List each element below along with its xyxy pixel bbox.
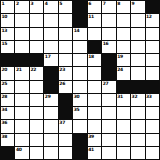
cell-r0c2[interactable]: 3 (30, 1, 43, 13)
cell-r2c9[interactable] (131, 28, 144, 40)
cell-r9c1[interactable] (15, 120, 28, 132)
black-cell-r6c3 (44, 81, 57, 93)
cell-r5c1[interactable]: 21 (15, 67, 28, 79)
cell-r3c2[interactable] (30, 41, 43, 53)
clue-number: 22 (30, 67, 36, 72)
clue-number: 39 (88, 134, 94, 139)
clue-number: 2 (16, 1, 19, 6)
crossword-grid: 1234567891011121314151617181920212223242… (0, 0, 160, 160)
cell-r2c10[interactable] (146, 28, 159, 40)
cell-r10c2[interactable] (30, 134, 43, 146)
cell-r10c1[interactable] (15, 134, 28, 146)
cell-r3c10[interactable] (146, 41, 159, 53)
clue-number: 37 (59, 120, 65, 125)
clue-number: 6 (88, 1, 91, 6)
cell-r9c0[interactable]: 36 (1, 120, 14, 132)
cell-r8c3[interactable] (44, 107, 57, 119)
clue-number: 14 (74, 28, 80, 33)
black-cell-r4c0 (1, 54, 14, 66)
cell-r1c0[interactable]: 10 (1, 14, 14, 26)
cell-r2c5[interactable]: 14 (73, 28, 86, 40)
clue-number: 24 (117, 67, 123, 72)
clue-number: 25 (2, 81, 8, 86)
cell-r2c1[interactable] (15, 28, 28, 40)
cell-r6c2[interactable] (30, 81, 43, 93)
black-cell-r0c10 (146, 1, 159, 13)
cell-r0c6[interactable]: 6 (88, 1, 101, 13)
black-cell-r5c3 (44, 67, 57, 79)
cell-r2c6[interactable] (88, 28, 101, 40)
cell-r1c3[interactable] (44, 14, 57, 26)
cell-r5c2[interactable]: 22 (30, 67, 43, 79)
cell-r11c1[interactable]: 40 (15, 147, 28, 159)
cell-r6c1[interactable] (15, 81, 28, 93)
cell-r2c4[interactable] (59, 28, 72, 40)
cell-r1c8[interactable] (117, 14, 130, 26)
cell-r10c9[interactable] (131, 134, 144, 146)
cell-r3c4[interactable] (59, 41, 72, 53)
cell-r4c5[interactable] (73, 54, 86, 66)
clue-number: 29 (45, 94, 51, 99)
clue-number: 7 (103, 1, 106, 6)
cell-r2c3[interactable] (44, 28, 57, 40)
clue-number: 12 (146, 14, 152, 19)
cell-r3c0[interactable]: 15 (1, 41, 14, 53)
black-cell-r4c1 (15, 54, 28, 66)
cell-r0c7[interactable]: 7 (102, 1, 115, 13)
cell-r1c7[interactable] (102, 14, 115, 26)
clue-number: 10 (2, 14, 8, 19)
cell-r7c5[interactable]: 30 (73, 94, 86, 106)
cell-r11c4[interactable] (59, 147, 72, 159)
cell-r0c3[interactable]: 4 (44, 1, 57, 13)
cell-r10c0[interactable]: 38 (1, 134, 14, 146)
clue-number: 34 (2, 107, 8, 112)
black-cell-r10c5 (73, 134, 86, 146)
cell-r5c4[interactable]: 23 (59, 67, 72, 79)
clue-number: 31 (117, 94, 123, 99)
black-cell-r11c0 (1, 147, 14, 159)
cell-r0c1[interactable]: 2 (15, 1, 28, 13)
cell-r6c0[interactable]: 25 (1, 81, 14, 93)
clue-number: 40 (16, 147, 22, 152)
clue-number: 41 (88, 147, 94, 152)
clue-number: 1 (2, 1, 5, 6)
cell-r5c6[interactable] (88, 67, 101, 79)
cell-r8c1[interactable] (15, 107, 28, 119)
cell-r10c7[interactable] (102, 134, 115, 146)
cell-r4c6[interactable]: 18 (88, 54, 101, 66)
cell-r10c8[interactable] (117, 134, 130, 146)
black-cell-r6c10 (146, 81, 159, 93)
cell-r5c8[interactable]: 24 (117, 67, 130, 79)
black-cell-r11c5 (73, 147, 86, 159)
cell-r5c9[interactable] (131, 67, 144, 79)
cell-r1c6[interactable]: 11 (88, 14, 101, 26)
clue-number: 17 (45, 54, 51, 59)
cell-r11c10[interactable] (146, 147, 159, 159)
clue-number: 15 (2, 41, 8, 46)
black-cell-r6c9 (131, 81, 144, 93)
clue-number: 3 (30, 1, 33, 6)
cell-r6c6[interactable] (88, 81, 101, 93)
cell-r8c2[interactable] (30, 107, 43, 119)
cell-r3c1[interactable] (15, 41, 28, 53)
clue-number: 16 (103, 41, 109, 46)
cell-r10c4[interactable] (59, 134, 72, 146)
clue-number: 38 (2, 134, 8, 139)
cell-r10c3[interactable] (44, 134, 57, 146)
clue-number: 23 (59, 67, 65, 72)
cell-r2c7[interactable] (102, 28, 115, 40)
clue-number: 28 (2, 94, 8, 99)
cell-r11c3[interactable] (44, 147, 57, 159)
cell-r4c3[interactable]: 17 (44, 54, 57, 66)
clue-number: 18 (88, 54, 94, 59)
black-cell-r7c4 (59, 94, 72, 106)
black-cell-r3c6 (88, 41, 101, 53)
cell-r4c9[interactable] (131, 54, 144, 66)
cell-r2c2[interactable] (30, 28, 43, 40)
clue-number: 32 (132, 94, 138, 99)
clue-number: 5 (59, 1, 62, 6)
cell-r3c5[interactable] (73, 41, 86, 53)
cell-r9c2[interactable] (30, 120, 43, 132)
cell-r7c0[interactable]: 28 (1, 94, 14, 106)
cell-r0c9[interactable]: 9 (131, 1, 144, 13)
cell-r3c7[interactable]: 16 (102, 41, 115, 53)
cell-r1c4[interactable] (59, 14, 72, 26)
clue-number: 30 (74, 94, 80, 99)
cell-r7c8[interactable]: 31 (117, 94, 130, 106)
cell-r1c1[interactable] (15, 14, 28, 26)
clue-number: 26 (59, 81, 65, 86)
black-cell-r8c4 (59, 107, 72, 119)
cell-r11c6[interactable]: 41 (88, 147, 101, 159)
black-cell-r0c5 (73, 1, 86, 13)
clue-number: 4 (45, 1, 48, 6)
cell-r9c8[interactable] (117, 120, 130, 132)
cell-r4c10[interactable] (146, 54, 159, 66)
cell-r8c0[interactable]: 34 (1, 107, 14, 119)
cell-r4c8[interactable]: 19 (117, 54, 130, 66)
cell-r5c0[interactable]: 20 (1, 67, 14, 79)
black-cell-r6c8 (117, 81, 130, 93)
black-cell-r5c7 (102, 67, 115, 79)
cell-r7c10[interactable]: 33 (146, 94, 159, 106)
clue-number: 35 (74, 107, 80, 112)
cell-r6c7[interactable]: 27 (102, 81, 115, 93)
cell-r9c5[interactable] (73, 120, 86, 132)
cell-r11c7[interactable] (102, 147, 115, 159)
black-cell-r4c2 (30, 54, 43, 66)
cell-r9c3[interactable] (44, 120, 57, 132)
clue-number: 36 (2, 120, 8, 125)
cell-r0c0[interactable]: 1 (1, 1, 14, 13)
cell-r6c5[interactable] (73, 81, 86, 93)
clue-number: 13 (2, 28, 8, 33)
cell-r9c4[interactable]: 37 (59, 120, 72, 132)
cell-r10c6[interactable]: 39 (88, 134, 101, 146)
black-cell-r1c5 (73, 14, 86, 26)
cell-r3c9[interactable] (131, 41, 144, 53)
cell-r2c8[interactable] (117, 28, 130, 40)
cell-r9c10[interactable] (146, 120, 159, 132)
cell-r7c1[interactable] (15, 94, 28, 106)
cell-r3c3[interactable] (44, 41, 57, 53)
clue-number: 27 (103, 81, 109, 86)
cell-r7c9[interactable]: 32 (131, 94, 144, 106)
clue-number: 19 (117, 54, 123, 59)
cell-r1c9[interactable] (131, 14, 144, 26)
cell-r6c4[interactable]: 26 (59, 81, 72, 93)
cell-r0c4[interactable]: 5 (59, 1, 72, 13)
black-cell-r4c7 (102, 54, 115, 66)
cell-r11c2[interactable] (30, 147, 43, 159)
cell-r8c10[interactable] (146, 107, 159, 119)
cell-r3c8[interactable] (117, 41, 130, 53)
cell-r5c10[interactable] (146, 67, 159, 79)
cell-r8c7[interactable] (102, 107, 115, 119)
cell-r9c7[interactable] (102, 120, 115, 132)
clue-number: 20 (2, 67, 8, 72)
cell-r8c5[interactable]: 35 (73, 107, 86, 119)
cell-r2c0[interactable]: 13 (1, 28, 14, 40)
cell-r7c3[interactable]: 29 (44, 94, 57, 106)
cell-r1c2[interactable] (30, 14, 43, 26)
cell-r11c9[interactable] (131, 147, 144, 159)
cell-r4c4[interactable] (59, 54, 72, 66)
clue-number: 21 (16, 67, 22, 72)
cell-r9c9[interactable] (131, 120, 144, 132)
cell-r5c5[interactable] (73, 67, 86, 79)
cell-r0c8[interactable]: 8 (117, 1, 130, 13)
cell-r10c10[interactable] (146, 134, 159, 146)
cell-r11c8[interactable] (117, 147, 130, 159)
clue-number: 9 (132, 1, 135, 6)
cell-r8c8[interactable] (117, 107, 130, 119)
clue-number: 11 (88, 14, 94, 19)
cell-r7c2[interactable] (30, 94, 43, 106)
clue-number: 33 (146, 94, 152, 99)
cell-r7c6[interactable] (88, 94, 101, 106)
cell-r7c7[interactable] (102, 94, 115, 106)
cell-r8c9[interactable] (131, 107, 144, 119)
cell-r1c10[interactable]: 12 (146, 14, 159, 26)
cell-r9c6[interactable] (88, 120, 101, 132)
clue-number: 8 (117, 1, 120, 6)
cell-r8c6[interactable] (88, 107, 101, 119)
